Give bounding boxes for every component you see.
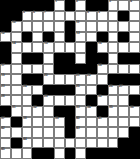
clue-number-30: 30: [98, 94, 101, 98]
answer-cell-0-5[interactable]: 1: [54, 0, 65, 11]
answer-cell-10-4[interactable]: [43, 106, 54, 117]
answer-cell-10-10[interactable]: 35: [108, 106, 119, 117]
answer-cell-3-8[interactable]: [86, 32, 97, 43]
block-cell-4-8: [86, 42, 97, 53]
answer-cell-8-8[interactable]: [86, 85, 97, 96]
block-cell-9-3: [32, 95, 43, 106]
block-cell-14-3: [32, 148, 43, 159]
block-cell-0-9: [97, 0, 108, 11]
block-cell-10-9: [97, 106, 108, 117]
block-cell-4-0: [0, 42, 11, 53]
block-cell-14-9: [97, 148, 108, 159]
block-cell-12-12: [129, 127, 140, 138]
block-cell-9-12: [129, 95, 140, 106]
clue-number-8: 8: [87, 10, 89, 14]
block-cell-5-11: [118, 53, 129, 64]
answer-cell-4-4[interactable]: 15: [43, 42, 54, 53]
block-cell-13-1: [11, 138, 22, 149]
clue-number-6: 6: [33, 10, 35, 14]
crossword-puzzle: 1234567891011121314151617181920212223242…: [0, 0, 140, 159]
answer-cell-1-6[interactable]: [65, 11, 76, 22]
block-cell-12-6: [65, 127, 76, 138]
answer-cell-6-10[interactable]: [108, 64, 119, 75]
answer-cell-11-4[interactable]: [43, 117, 54, 128]
answer-cell-8-11[interactable]: 27: [118, 85, 129, 96]
answer-cell-14-0[interactable]: 45: [0, 148, 11, 159]
answer-cell-10-1[interactable]: 31: [11, 106, 22, 117]
answer-cell-13-3[interactable]: [32, 138, 43, 149]
answer-cell-2-3[interactable]: [32, 21, 43, 32]
block-cell-9-8: [86, 95, 97, 106]
block-cell-0-4: [43, 0, 54, 11]
block-cell-1-0: [0, 11, 11, 22]
clue-number-45: 45: [1, 147, 4, 151]
answer-cell-2-1[interactable]: 10: [11, 21, 22, 32]
answer-cell-2-11[interactable]: [118, 21, 129, 32]
answer-cell-8-10[interactable]: 26: [108, 85, 119, 96]
block-cell-5-3: [32, 53, 43, 64]
answer-cell-1-8[interactable]: 8: [86, 11, 97, 22]
answer-cell-7-0[interactable]: 19: [0, 74, 11, 85]
answer-cell-10-3[interactable]: 32: [32, 106, 43, 117]
clue-number-18: 18: [98, 63, 101, 67]
answer-cell-9-10[interactable]: [108, 95, 119, 106]
answer-cell-7-4[interactable]: 20: [43, 74, 54, 85]
clue-number-16: 16: [98, 41, 101, 45]
answer-cell-8-0[interactable]: 23: [0, 85, 11, 96]
answer-cell-14-5[interactable]: [54, 148, 65, 159]
answer-cell-1-12[interactable]: [129, 11, 140, 22]
block-cell-5-12: [129, 53, 140, 64]
answer-cell-13-0[interactable]: [0, 138, 11, 149]
clue-number-29: 29: [44, 94, 47, 98]
answer-cell-6-4[interactable]: [43, 64, 54, 75]
block-cell-3-6: [65, 32, 76, 43]
block-cell-8-9: [97, 85, 108, 96]
answer-cell-9-2[interactable]: [22, 95, 33, 106]
answer-cell-4-6[interactable]: [65, 42, 76, 53]
answer-cell-11-10[interactable]: [108, 117, 119, 128]
clue-number-31: 31: [12, 105, 15, 109]
answer-cell-2-4[interactable]: [43, 21, 54, 32]
answer-cell-4-1[interactable]: 14: [11, 42, 22, 53]
answer-cell-13-10[interactable]: [108, 138, 119, 149]
answer-cell-2-8[interactable]: [86, 21, 97, 32]
answer-cell-11-5[interactable]: 39: [54, 117, 65, 128]
answer-cell-13-9[interactable]: [97, 138, 108, 149]
clue-number-2: 2: [76, 0, 78, 3]
answer-cell-2-10[interactable]: [108, 21, 119, 32]
answer-cell-4-12[interactable]: [129, 42, 140, 53]
answer-cell-4-10[interactable]: [108, 42, 119, 53]
clue-number-24: 24: [23, 84, 26, 88]
clue-number-7: 7: [44, 10, 46, 14]
block-cell-5-5: [54, 53, 65, 64]
block-cell-10-0: [0, 106, 11, 117]
answer-cell-4-5[interactable]: [54, 42, 65, 53]
answer-cell-3-5[interactable]: [54, 32, 65, 43]
clue-number-10: 10: [12, 20, 15, 24]
block-cell-0-8: [86, 0, 97, 11]
answer-cell-7-8[interactable]: 22: [86, 74, 97, 85]
answer-cell-9-7[interactable]: [75, 95, 86, 106]
block-cell-14-10: [108, 148, 119, 159]
clue-number-40: 40: [76, 116, 79, 120]
answer-cell-2-12[interactable]: [129, 21, 140, 32]
answer-cell-11-2[interactable]: 38: [22, 117, 33, 128]
answer-cell-12-8[interactable]: [86, 127, 97, 138]
clue-number-1: 1: [55, 0, 57, 3]
clue-number-9: 9: [98, 10, 100, 14]
answer-cell-12-4[interactable]: [43, 127, 54, 138]
block-cell-0-2: [22, 0, 33, 11]
clue-number-36: 36: [130, 105, 133, 109]
answer-cell-2-9[interactable]: [97, 21, 108, 32]
block-cell-6-5: [54, 64, 65, 75]
block-cell-6-8: [86, 64, 97, 75]
clue-number-34: 34: [87, 105, 90, 109]
block-cell-10-6: [65, 106, 76, 117]
block-cell-5-0: [0, 53, 11, 64]
clue-number-28: 28: [1, 94, 4, 98]
block-cell-14-8: [86, 148, 97, 159]
answer-cell-6-1[interactable]: [11, 64, 22, 75]
block-cell-7-10: [108, 74, 119, 85]
block-cell-8-4: [43, 85, 54, 96]
answer-cell-5-1[interactable]: [11, 53, 22, 64]
answer-cell-1-7[interactable]: [75, 11, 86, 22]
block-cell-7-11: [118, 74, 129, 85]
answer-cell-4-2[interactable]: [22, 42, 33, 53]
answer-cell-12-9[interactable]: [97, 127, 108, 138]
answer-cell-10-2[interactable]: [22, 106, 33, 117]
answer-cell-13-7[interactable]: [75, 138, 86, 149]
clue-number-25: 25: [76, 84, 79, 88]
answer-cell-14-1[interactable]: [11, 148, 22, 159]
answer-cell-11-0[interactable]: 37: [0, 117, 11, 128]
clue-number-23: 23: [1, 84, 4, 88]
answer-cell-4-7[interactable]: [75, 42, 86, 53]
answer-cell-5-10[interactable]: [108, 53, 119, 64]
block-cell-14-12: [129, 148, 140, 159]
block-cell-7-12: [129, 74, 140, 85]
clue-number-14: 14: [12, 41, 15, 45]
block-cell-3-9: [97, 32, 108, 43]
block-cell-0-1: [11, 0, 22, 11]
clue-number-4: 4: [130, 0, 132, 3]
clue-number-22: 22: [87, 73, 90, 77]
clue-number-13: 13: [76, 31, 79, 35]
clue-number-12: 12: [1, 31, 4, 35]
answer-cell-4-11[interactable]: [118, 42, 129, 53]
answer-cell-6-0[interactable]: 17: [0, 64, 11, 75]
answer-cell-8-3[interactable]: [32, 85, 43, 96]
answer-cell-13-6[interactable]: [65, 138, 76, 149]
block-cell-11-6: [65, 117, 76, 128]
answer-cell-10-7[interactable]: 33: [75, 106, 86, 117]
block-cell-8-5: [54, 85, 65, 96]
clue-number-26: 26: [109, 84, 112, 88]
answer-cell-8-12[interactable]: [129, 85, 140, 96]
clue-number-19: 19: [1, 73, 4, 77]
answer-cell-6-9[interactable]: 18: [97, 64, 108, 75]
answer-cell-0-10[interactable]: 3: [108, 0, 119, 11]
answer-cell-9-0[interactable]: 28: [0, 95, 11, 106]
answer-cell-2-2[interactable]: [22, 21, 33, 32]
block-cell-13-11: [118, 138, 129, 149]
block-cell-3-4: [43, 32, 54, 43]
answer-cell-9-4[interactable]: 29: [43, 95, 54, 106]
clue-number-37: 37: [1, 116, 4, 120]
answer-cell-1-9[interactable]: 9: [97, 11, 108, 22]
clue-number-33: 33: [76, 105, 79, 109]
answer-cell-12-0[interactable]: 42: [0, 127, 11, 138]
block-cell-14-6: [65, 148, 76, 159]
answer-cell-12-5[interactable]: [54, 127, 65, 138]
block-cell-2-0: [0, 21, 11, 32]
block-cell-14-11: [118, 148, 129, 159]
answer-cell-12-11[interactable]: [118, 127, 129, 138]
answer-cell-7-9[interactable]: [97, 74, 108, 85]
answer-cell-6-3[interactable]: [32, 64, 43, 75]
block-cell-7-2: [22, 74, 33, 85]
answer-cell-7-1[interactable]: [11, 74, 22, 85]
answer-cell-7-5[interactable]: [54, 74, 65, 85]
block-cell-10-5: [54, 106, 65, 117]
crossword-grid: 1234567891011121314151617181920212223242…: [0, 0, 140, 159]
answer-cell-13-8[interactable]: [86, 138, 97, 149]
answer-cell-12-2[interactable]: [22, 127, 33, 138]
clue-number-11: 11: [76, 20, 79, 24]
block-cell-11-1: [11, 117, 22, 128]
answer-cell-11-7[interactable]: 40: [75, 117, 86, 128]
answer-cell-9-11[interactable]: [118, 95, 129, 106]
answer-cell-7-6[interactable]: [65, 74, 76, 85]
answer-cell-6-11[interactable]: [118, 64, 129, 75]
answer-cell-4-3[interactable]: [32, 42, 43, 53]
answer-cell-13-2[interactable]: 44: [22, 138, 33, 149]
block-cell-5-8: [86, 53, 97, 64]
clue-number-27: 27: [119, 84, 122, 88]
answer-cell-9-9[interactable]: 30: [97, 95, 108, 106]
answer-cell-3-0[interactable]: 12: [0, 32, 11, 43]
answer-cell-9-1[interactable]: [11, 95, 22, 106]
answer-cell-4-9[interactable]: 16: [97, 42, 108, 53]
answer-cell-5-7[interactable]: [75, 53, 86, 64]
clue-number-35: 35: [109, 105, 112, 109]
answer-cell-6-2[interactable]: [22, 64, 33, 75]
answer-cell-3-3[interactable]: [32, 32, 43, 43]
clue-number-39: 39: [55, 116, 58, 120]
answer-cell-8-7[interactable]: 25: [75, 85, 86, 96]
answer-cell-13-5[interactable]: [54, 138, 65, 149]
clue-number-43: 43: [76, 126, 79, 130]
answer-cell-5-4[interactable]: [43, 53, 54, 64]
answer-cell-9-5[interactable]: [54, 95, 65, 106]
answer-cell-11-8[interactable]: [86, 117, 97, 128]
clue-number-32: 32: [33, 105, 36, 109]
block-cell-0-3: [32, 0, 43, 11]
answer-cell-3-12[interactable]: [129, 32, 140, 43]
answer-cell-11-12[interactable]: [129, 117, 140, 128]
block-cell-0-0: [0, 0, 11, 11]
clue-number-41: 41: [98, 116, 101, 120]
clue-number-17: 17: [1, 63, 4, 67]
answer-cell-7-7[interactable]: 21: [75, 74, 86, 85]
block-cell-1-1: [11, 11, 22, 22]
block-cell-7-3: [32, 74, 43, 85]
answer-cell-3-10[interactable]: [108, 32, 119, 43]
clue-number-15: 15: [44, 41, 47, 45]
block-cell-2-6: [65, 21, 76, 32]
block-cell-3-2: [22, 32, 33, 43]
answer-cell-1-3[interactable]: 6: [32, 11, 43, 22]
answer-cell-8-2[interactable]: 24: [22, 85, 33, 96]
clue-number-20: 20: [44, 73, 47, 77]
answer-cell-0-12[interactable]: 4: [129, 0, 140, 11]
clue-number-5: 5: [23, 10, 25, 14]
answer-cell-0-7[interactable]: 2: [75, 0, 86, 11]
clue-number-42: 42: [1, 126, 4, 130]
answer-cell-1-2[interactable]: 5: [22, 11, 33, 22]
answer-cell-12-1[interactable]: [11, 127, 22, 138]
block-cell-5-9: [97, 53, 108, 64]
clue-number-38: 38: [23, 116, 26, 120]
block-cell-3-11: [118, 32, 129, 43]
block-cell-5-2: [22, 53, 33, 64]
answer-cell-13-4[interactable]: [43, 138, 54, 149]
answer-cell-11-9[interactable]: 41: [97, 117, 108, 128]
answer-cell-11-3[interactable]: [32, 117, 43, 128]
answer-cell-2-7[interactable]: 11: [75, 21, 86, 32]
answer-cell-12-10[interactable]: [108, 127, 119, 138]
block-cell-1-11: [118, 11, 129, 22]
answer-cell-9-6[interactable]: [65, 95, 76, 106]
answer-cell-14-2[interactable]: [22, 148, 33, 159]
block-cell-6-6: [65, 64, 76, 75]
answer-cell-12-3[interactable]: [32, 127, 43, 138]
block-cell-5-6: [65, 53, 76, 64]
answer-cell-0-11[interactable]: [118, 0, 129, 11]
answer-cell-12-7[interactable]: 43: [75, 127, 86, 138]
answer-cell-11-11[interactable]: [118, 117, 129, 128]
answer-cell-10-8[interactable]: 34: [86, 106, 97, 117]
clue-number-3: 3: [109, 0, 111, 3]
block-cell-14-4: [43, 148, 54, 159]
clue-number-21: 21: [76, 73, 79, 77]
answer-cell-1-4[interactable]: 7: [43, 11, 54, 22]
answer-cell-2-5[interactable]: [54, 21, 65, 32]
block-cell-6-7: [75, 64, 86, 75]
answer-cell-8-1[interactable]: [11, 85, 22, 96]
answer-cell-14-7[interactable]: [75, 148, 86, 159]
answer-cell-3-1[interactable]: [11, 32, 22, 43]
answer-cell-1-10[interactable]: [108, 11, 119, 22]
answer-cell-1-5[interactable]: [54, 11, 65, 22]
block-cell-0-6: [65, 0, 76, 11]
block-cell-13-12: [129, 138, 140, 149]
answer-cell-10-11[interactable]: [118, 106, 129, 117]
answer-cell-3-7[interactable]: 13: [75, 32, 86, 43]
block-cell-8-6: [65, 85, 76, 96]
answer-cell-10-12[interactable]: 36: [129, 106, 140, 117]
clue-number-44: 44: [23, 137, 26, 141]
answer-cell-6-12[interactable]: [129, 64, 140, 75]
